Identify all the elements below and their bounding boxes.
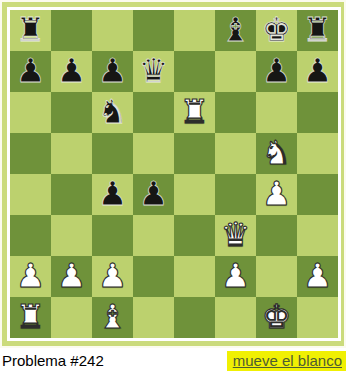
piece-white-bishop[interactable]: ♝ bbox=[92, 297, 133, 338]
square-a6[interactable] bbox=[10, 92, 51, 133]
square-d6[interactable] bbox=[133, 92, 174, 133]
square-d1[interactable] bbox=[133, 297, 174, 338]
piece-white-pawn[interactable]: ♟ bbox=[256, 174, 297, 215]
square-e3[interactable] bbox=[174, 215, 215, 256]
piece-white-queen[interactable]: ♛ bbox=[215, 215, 256, 256]
square-a5[interactable] bbox=[10, 133, 51, 174]
piece-black-pawn[interactable]: ♟ bbox=[51, 51, 92, 92]
board-frame: ♜♝♚♜♟♟♟♛♟♟♞♜♞♟♟♟♛♟♟♟♟♟♜♝♚ bbox=[0, 0, 346, 348]
piece-black-pawn[interactable]: ♟ bbox=[92, 51, 133, 92]
square-g5[interactable]: ♞ bbox=[256, 133, 297, 174]
piece-black-pawn[interactable]: ♟ bbox=[256, 51, 297, 92]
square-c8[interactable] bbox=[92, 10, 133, 51]
square-b1[interactable] bbox=[51, 297, 92, 338]
square-e4[interactable] bbox=[174, 174, 215, 215]
square-h6[interactable] bbox=[297, 92, 338, 133]
piece-black-pawn[interactable]: ♟ bbox=[92, 174, 133, 215]
square-a8[interactable]: ♜ bbox=[10, 10, 51, 51]
piece-black-knight[interactable]: ♞ bbox=[92, 92, 133, 133]
square-c3[interactable] bbox=[92, 215, 133, 256]
piece-black-rook[interactable]: ♜ bbox=[297, 10, 338, 51]
piece-white-pawn[interactable]: ♟ bbox=[297, 256, 338, 297]
square-h5[interactable] bbox=[297, 133, 338, 174]
square-b3[interactable] bbox=[51, 215, 92, 256]
piece-white-king[interactable]: ♚ bbox=[256, 297, 297, 338]
square-c7[interactable]: ♟ bbox=[92, 51, 133, 92]
square-f4[interactable] bbox=[215, 174, 256, 215]
square-e7[interactable] bbox=[174, 51, 215, 92]
piece-black-pawn[interactable]: ♟ bbox=[297, 51, 338, 92]
chess-board[interactable]: ♜♝♚♜♟♟♟♛♟♟♞♜♞♟♟♟♛♟♟♟♟♟♜♝♚ bbox=[10, 10, 338, 338]
square-g7[interactable]: ♟ bbox=[256, 51, 297, 92]
square-h8[interactable]: ♜ bbox=[297, 10, 338, 51]
problem-number-label: Problema #242 bbox=[2, 352, 104, 369]
square-f7[interactable] bbox=[215, 51, 256, 92]
square-g6[interactable] bbox=[256, 92, 297, 133]
square-g2[interactable] bbox=[256, 256, 297, 297]
square-e5[interactable] bbox=[174, 133, 215, 174]
square-a3[interactable] bbox=[10, 215, 51, 256]
square-a2[interactable]: ♟ bbox=[10, 256, 51, 297]
square-d7[interactable]: ♛ bbox=[133, 51, 174, 92]
square-b2[interactable]: ♟ bbox=[51, 256, 92, 297]
piece-black-rook[interactable]: ♜ bbox=[10, 10, 51, 51]
piece-white-rook[interactable]: ♜ bbox=[10, 297, 51, 338]
square-b4[interactable] bbox=[51, 174, 92, 215]
square-c5[interactable] bbox=[92, 133, 133, 174]
square-c1[interactable]: ♝ bbox=[92, 297, 133, 338]
square-f1[interactable] bbox=[215, 297, 256, 338]
piece-white-knight[interactable]: ♞ bbox=[256, 133, 297, 174]
board-inner-border: ♜♝♚♜♟♟♟♛♟♟♞♜♞♟♟♟♛♟♟♟♟♟♜♝♚ bbox=[7, 7, 341, 341]
square-c2[interactable]: ♟ bbox=[92, 256, 133, 297]
square-a7[interactable]: ♟ bbox=[10, 51, 51, 92]
side-to-move-link[interactable]: mueve el blanco bbox=[227, 351, 346, 371]
square-g4[interactable]: ♟ bbox=[256, 174, 297, 215]
piece-white-rook[interactable]: ♜ bbox=[174, 92, 215, 133]
square-f3[interactable]: ♛ bbox=[215, 215, 256, 256]
square-g1[interactable]: ♚ bbox=[256, 297, 297, 338]
square-d2[interactable] bbox=[133, 256, 174, 297]
square-h4[interactable] bbox=[297, 174, 338, 215]
piece-white-pawn[interactable]: ♟ bbox=[92, 256, 133, 297]
square-a4[interactable] bbox=[10, 174, 51, 215]
square-f2[interactable]: ♟ bbox=[215, 256, 256, 297]
square-e8[interactable] bbox=[174, 10, 215, 51]
square-b7[interactable]: ♟ bbox=[51, 51, 92, 92]
square-e1[interactable] bbox=[174, 297, 215, 338]
caption-bar: Problema #242 mueve el blanco bbox=[0, 348, 346, 373]
piece-black-bishop[interactable]: ♝ bbox=[215, 10, 256, 51]
square-c6[interactable]: ♞ bbox=[92, 92, 133, 133]
square-b6[interactable] bbox=[51, 92, 92, 133]
square-f8[interactable]: ♝ bbox=[215, 10, 256, 51]
square-b8[interactable] bbox=[51, 10, 92, 51]
square-d5[interactable] bbox=[133, 133, 174, 174]
square-h2[interactable]: ♟ bbox=[297, 256, 338, 297]
square-c4[interactable]: ♟ bbox=[92, 174, 133, 215]
square-h3[interactable] bbox=[297, 215, 338, 256]
square-h1[interactable] bbox=[297, 297, 338, 338]
square-g3[interactable] bbox=[256, 215, 297, 256]
square-f5[interactable] bbox=[215, 133, 256, 174]
square-a1[interactable]: ♜ bbox=[10, 297, 51, 338]
piece-white-pawn[interactable]: ♟ bbox=[215, 256, 256, 297]
square-e2[interactable] bbox=[174, 256, 215, 297]
square-d3[interactable] bbox=[133, 215, 174, 256]
square-d8[interactable] bbox=[133, 10, 174, 51]
piece-black-pawn[interactable]: ♟ bbox=[10, 51, 51, 92]
piece-white-pawn[interactable]: ♟ bbox=[10, 256, 51, 297]
square-h7[interactable]: ♟ bbox=[297, 51, 338, 92]
square-d4[interactable]: ♟ bbox=[133, 174, 174, 215]
piece-black-queen[interactable]: ♛ bbox=[133, 51, 174, 92]
square-b5[interactable] bbox=[51, 133, 92, 174]
square-f6[interactable] bbox=[215, 92, 256, 133]
piece-white-pawn[interactable]: ♟ bbox=[51, 256, 92, 297]
piece-black-king[interactable]: ♚ bbox=[256, 10, 297, 51]
square-g8[interactable]: ♚ bbox=[256, 10, 297, 51]
square-e6[interactable]: ♜ bbox=[174, 92, 215, 133]
piece-black-pawn[interactable]: ♟ bbox=[133, 174, 174, 215]
